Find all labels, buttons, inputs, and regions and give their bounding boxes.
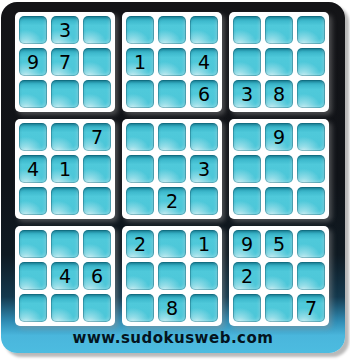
cell-r1c7[interactable] bbox=[233, 16, 261, 44]
cell-r8c8[interactable] bbox=[265, 262, 293, 290]
cell-r1c6[interactable] bbox=[190, 16, 218, 44]
cell-r8c4[interactable] bbox=[126, 262, 154, 290]
box-r1c3: 38 bbox=[229, 12, 329, 112]
sudoku-grid: 39714638741329462189527 bbox=[15, 12, 331, 326]
cell-r6c8[interactable] bbox=[265, 187, 293, 215]
cell-r3c6: 6 bbox=[190, 80, 218, 108]
page: 39714638741329462189527 www.sudokusweb.c… bbox=[0, 0, 350, 360]
cell-r7c4: 2 bbox=[126, 230, 154, 258]
cell-r5c6: 3 bbox=[190, 155, 218, 183]
cell-r6c7[interactable] bbox=[233, 187, 261, 215]
cell-r6c2[interactable] bbox=[51, 187, 79, 215]
cell-r1c8[interactable] bbox=[265, 16, 293, 44]
cell-r1c2: 3 bbox=[51, 16, 79, 44]
cell-r7c2[interactable] bbox=[51, 230, 79, 258]
cell-r1c5[interactable] bbox=[158, 16, 186, 44]
cell-r8c3: 6 bbox=[83, 262, 111, 290]
cell-r7c5[interactable] bbox=[158, 230, 186, 258]
cell-r7c9[interactable] bbox=[297, 230, 325, 258]
cell-r6c6[interactable] bbox=[190, 187, 218, 215]
box-r1c2: 146 bbox=[122, 12, 222, 112]
cell-r2c8[interactable] bbox=[265, 48, 293, 76]
cell-r2c7[interactable] bbox=[233, 48, 261, 76]
cell-r4c5[interactable] bbox=[158, 123, 186, 151]
cell-r8c2: 4 bbox=[51, 262, 79, 290]
cell-r8c5[interactable] bbox=[158, 262, 186, 290]
cell-r8c6[interactable] bbox=[190, 262, 218, 290]
cell-r2c6: 4 bbox=[190, 48, 218, 76]
cell-r6c3[interactable] bbox=[83, 187, 111, 215]
cell-r2c5[interactable] bbox=[158, 48, 186, 76]
cell-r4c6[interactable] bbox=[190, 123, 218, 151]
cell-r9c4[interactable] bbox=[126, 294, 154, 322]
cell-r6c9[interactable] bbox=[297, 187, 325, 215]
cell-r5c5[interactable] bbox=[158, 155, 186, 183]
box-r2c1: 741 bbox=[15, 119, 115, 219]
box-r2c3: 9 bbox=[229, 119, 329, 219]
cell-r1c1[interactable] bbox=[19, 16, 47, 44]
cell-r9c2[interactable] bbox=[51, 294, 79, 322]
cell-r4c2[interactable] bbox=[51, 123, 79, 151]
sudoku-board: 39714638741329462189527 www.sudokusweb.c… bbox=[1, 2, 345, 353]
box-r3c1: 46 bbox=[15, 226, 115, 326]
cell-r9c8[interactable] bbox=[265, 294, 293, 322]
box-r2c2: 32 bbox=[122, 119, 222, 219]
cell-r7c1[interactable] bbox=[19, 230, 47, 258]
cell-r9c1[interactable] bbox=[19, 294, 47, 322]
cell-r7c3[interactable] bbox=[83, 230, 111, 258]
cell-r5c4[interactable] bbox=[126, 155, 154, 183]
cell-r8c7: 2 bbox=[233, 262, 261, 290]
footer: www.sudokusweb.com bbox=[1, 323, 345, 353]
cell-r9c5: 8 bbox=[158, 294, 186, 322]
cell-r7c7: 9 bbox=[233, 230, 261, 258]
cell-r2c3[interactable] bbox=[83, 48, 111, 76]
box-r1c1: 397 bbox=[15, 12, 115, 112]
box-r3c2: 218 bbox=[122, 226, 222, 326]
cell-r2c9[interactable] bbox=[297, 48, 325, 76]
cell-r4c3: 7 bbox=[83, 123, 111, 151]
cell-r9c3[interactable] bbox=[83, 294, 111, 322]
cell-r4c4[interactable] bbox=[126, 123, 154, 151]
cell-r2c1: 9 bbox=[19, 48, 47, 76]
cell-r5c8[interactable] bbox=[265, 155, 293, 183]
cell-r4c1[interactable] bbox=[19, 123, 47, 151]
cell-r6c4[interactable] bbox=[126, 187, 154, 215]
cell-r8c9[interactable] bbox=[297, 262, 325, 290]
cell-r2c4: 1 bbox=[126, 48, 154, 76]
cell-r3c1[interactable] bbox=[19, 80, 47, 108]
cell-r4c7[interactable] bbox=[233, 123, 261, 151]
cell-r9c9: 7 bbox=[297, 294, 325, 322]
cell-r3c9[interactable] bbox=[297, 80, 325, 108]
footer-url: www.sudokusweb.com bbox=[73, 329, 274, 347]
cell-r4c8: 9 bbox=[265, 123, 293, 151]
cell-r3c7: 3 bbox=[233, 80, 261, 108]
cell-r1c3[interactable] bbox=[83, 16, 111, 44]
cell-r2c2: 7 bbox=[51, 48, 79, 76]
cell-r9c6[interactable] bbox=[190, 294, 218, 322]
cell-r3c4[interactable] bbox=[126, 80, 154, 108]
cell-r7c6: 1 bbox=[190, 230, 218, 258]
cell-r5c1: 4 bbox=[19, 155, 47, 183]
cell-r1c9[interactable] bbox=[297, 16, 325, 44]
cell-r6c5: 2 bbox=[158, 187, 186, 215]
cell-r6c1[interactable] bbox=[19, 187, 47, 215]
cell-r3c5[interactable] bbox=[158, 80, 186, 108]
cell-r5c3[interactable] bbox=[83, 155, 111, 183]
cell-r9c7[interactable] bbox=[233, 294, 261, 322]
box-r3c3: 9527 bbox=[229, 226, 329, 326]
cell-r1c4[interactable] bbox=[126, 16, 154, 44]
cell-r4c9[interactable] bbox=[297, 123, 325, 151]
cell-r3c3[interactable] bbox=[83, 80, 111, 108]
cell-r7c8: 5 bbox=[265, 230, 293, 258]
cell-r3c2[interactable] bbox=[51, 80, 79, 108]
cell-r5c9[interactable] bbox=[297, 155, 325, 183]
cell-r8c1[interactable] bbox=[19, 262, 47, 290]
cell-r5c7[interactable] bbox=[233, 155, 261, 183]
cell-r5c2: 1 bbox=[51, 155, 79, 183]
cell-r3c8: 8 bbox=[265, 80, 293, 108]
